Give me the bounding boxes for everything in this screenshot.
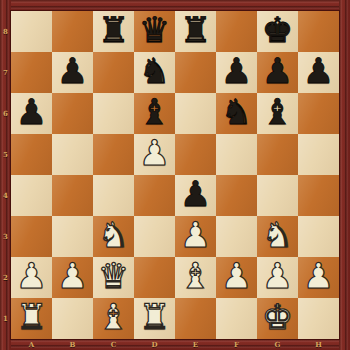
square-b6[interactable] (52, 93, 93, 134)
square-e6[interactable] (175, 93, 216, 134)
white-pawn-e3[interactable]: ♟ (180, 218, 211, 253)
square-h1[interactable] (298, 298, 339, 339)
file-label-c: C (93, 339, 134, 350)
rank-label-4: 4 (0, 175, 11, 216)
white-pawn-g2[interactable]: ♟ (262, 259, 293, 294)
square-a8[interactable] (11, 11, 52, 52)
square-h3[interactable] (298, 216, 339, 257)
square-f7[interactable]: ♟ (216, 52, 257, 93)
file-label-h: H (298, 339, 339, 350)
black-pawn-g7[interactable]: ♟ (262, 54, 293, 89)
square-c4[interactable] (93, 175, 134, 216)
white-rook-a1[interactable]: ♜ (16, 300, 47, 335)
rank-label-7: 7 (0, 52, 11, 93)
square-c3[interactable]: ♞ (93, 216, 134, 257)
square-h7[interactable]: ♟ (298, 52, 339, 93)
white-pawn-a2[interactable]: ♟ (16, 259, 47, 294)
board-frame: ♜♛♜♚♟♞♟♟♟♟♝♞♝♟♟♞♟♞♟♟♛♝♟♟♟♜♝♜♚ 87654321AB… (0, 0, 350, 350)
square-c6[interactable] (93, 93, 134, 134)
file-label-f: F (216, 339, 257, 350)
black-pawn-e4[interactable]: ♟ (180, 177, 211, 212)
file-label-g: G (257, 339, 298, 350)
white-pawn-d5[interactable]: ♟ (139, 136, 170, 171)
square-c1[interactable]: ♝ (93, 298, 134, 339)
square-g4[interactable] (257, 175, 298, 216)
rank-label-6: 6 (0, 93, 11, 134)
square-e5[interactable] (175, 134, 216, 175)
square-g1[interactable]: ♚ (257, 298, 298, 339)
square-d8[interactable]: ♛ (134, 11, 175, 52)
frame-edge-top (0, 0, 350, 11)
white-pawn-h2[interactable]: ♟ (303, 259, 334, 294)
square-d6[interactable]: ♝ (134, 93, 175, 134)
rank-label-8: 8 (0, 11, 11, 52)
black-knight-d7[interactable]: ♞ (139, 54, 170, 89)
black-bishop-g6[interactable]: ♝ (262, 95, 293, 130)
square-d7[interactable]: ♞ (134, 52, 175, 93)
square-b3[interactable] (52, 216, 93, 257)
square-g8[interactable]: ♚ (257, 11, 298, 52)
square-e3[interactable]: ♟ (175, 216, 216, 257)
square-a1[interactable]: ♜ (11, 298, 52, 339)
black-pawn-h7[interactable]: ♟ (303, 54, 334, 89)
square-g6[interactable]: ♝ (257, 93, 298, 134)
square-e8[interactable]: ♜ (175, 11, 216, 52)
black-pawn-b7[interactable]: ♟ (57, 54, 88, 89)
black-pawn-f7[interactable]: ♟ (221, 54, 252, 89)
square-a3[interactable] (11, 216, 52, 257)
white-bishop-c1[interactable]: ♝ (98, 300, 129, 335)
square-h8[interactable] (298, 11, 339, 52)
frame-edge-right (339, 0, 350, 350)
square-b4[interactable] (52, 175, 93, 216)
white-queen-c2[interactable]: ♛ (98, 259, 129, 294)
square-g5[interactable] (257, 134, 298, 175)
square-g3[interactable]: ♞ (257, 216, 298, 257)
square-a7[interactable] (11, 52, 52, 93)
file-label-b: B (52, 339, 93, 350)
chess-board: ♜♛♜♚♟♞♟♟♟♟♝♞♝♟♟♞♟♞♟♟♛♝♟♟♟♜♝♜♚ (11, 11, 339, 339)
square-d1[interactable]: ♜ (134, 298, 175, 339)
square-d4[interactable] (134, 175, 175, 216)
white-pawn-b2[interactable]: ♟ (57, 259, 88, 294)
square-f2[interactable]: ♟ (216, 257, 257, 298)
square-a6[interactable]: ♟ (11, 93, 52, 134)
square-h6[interactable] (298, 93, 339, 134)
file-label-d: D (134, 339, 175, 350)
file-label-a: A (11, 339, 52, 350)
square-a5[interactable] (11, 134, 52, 175)
black-rook-e8[interactable]: ♜ (180, 13, 211, 48)
square-d2[interactable] (134, 257, 175, 298)
square-h5[interactable] (298, 134, 339, 175)
square-g2[interactable]: ♟ (257, 257, 298, 298)
square-f8[interactable] (216, 11, 257, 52)
square-b5[interactable] (52, 134, 93, 175)
square-f1[interactable] (216, 298, 257, 339)
rank-label-1: 1 (0, 298, 11, 339)
black-rook-c8[interactable]: ♜ (98, 13, 129, 48)
square-c8[interactable]: ♜ (93, 11, 134, 52)
white-knight-g3[interactable]: ♞ (262, 218, 293, 253)
white-king-g1[interactable]: ♚ (262, 300, 293, 335)
white-knight-c3[interactable]: ♞ (98, 218, 129, 253)
square-e4[interactable]: ♟ (175, 175, 216, 216)
square-f5[interactable] (216, 134, 257, 175)
square-c7[interactable] (93, 52, 134, 93)
square-d5[interactable]: ♟ (134, 134, 175, 175)
white-bishop-e2[interactable]: ♝ (180, 259, 211, 294)
rank-label-2: 2 (0, 257, 11, 298)
square-g7[interactable]: ♟ (257, 52, 298, 93)
file-label-e: E (175, 339, 216, 350)
square-c2[interactable]: ♛ (93, 257, 134, 298)
square-b8[interactable] (52, 11, 93, 52)
rank-label-5: 5 (0, 134, 11, 175)
square-f6[interactable]: ♞ (216, 93, 257, 134)
white-rook-d1[interactable]: ♜ (139, 300, 170, 335)
black-bishop-d6[interactable]: ♝ (139, 95, 170, 130)
rank-label-3: 3 (0, 216, 11, 257)
square-a2[interactable]: ♟ (11, 257, 52, 298)
black-knight-f6[interactable]: ♞ (221, 95, 252, 130)
black-pawn-a6[interactable]: ♟ (16, 95, 47, 130)
square-b2[interactable]: ♟ (52, 257, 93, 298)
square-a4[interactable] (11, 175, 52, 216)
square-e2[interactable]: ♝ (175, 257, 216, 298)
square-f3[interactable] (216, 216, 257, 257)
square-b7[interactable]: ♟ (52, 52, 93, 93)
black-king-g8[interactable]: ♚ (262, 13, 293, 48)
black-queen-d8[interactable]: ♛ (139, 13, 170, 48)
square-h2[interactable]: ♟ (298, 257, 339, 298)
square-h4[interactable] (298, 175, 339, 216)
white-pawn-f2[interactable]: ♟ (221, 259, 252, 294)
square-f4[interactable] (216, 175, 257, 216)
square-c5[interactable] (93, 134, 134, 175)
square-d3[interactable] (134, 216, 175, 257)
square-b1[interactable] (52, 298, 93, 339)
square-e7[interactable] (175, 52, 216, 93)
square-e1[interactable] (175, 298, 216, 339)
